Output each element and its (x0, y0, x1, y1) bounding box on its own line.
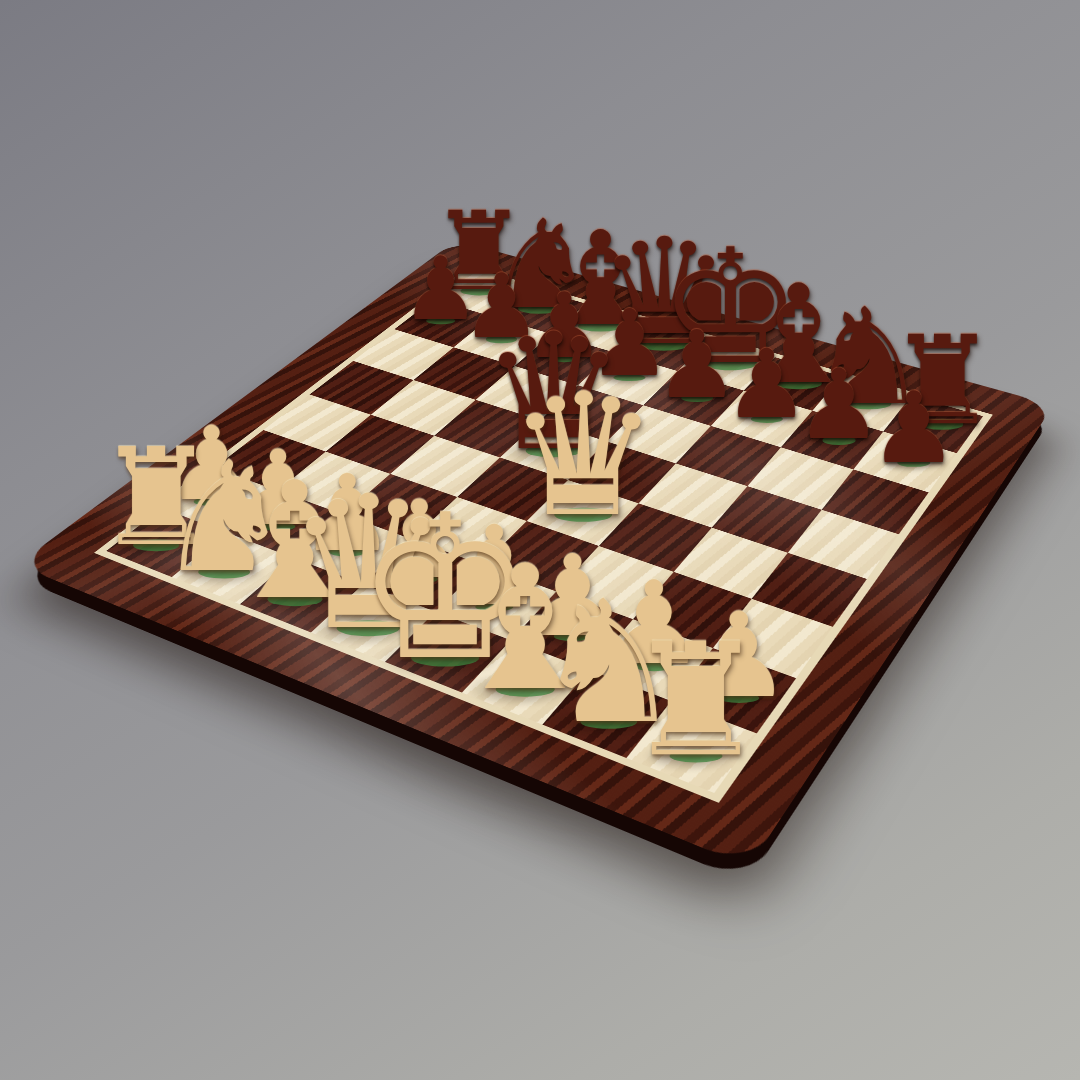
pieces-layer: ♜♞♝♛♚♝♞♜♟♟♟♟♟♟♟♟♛♛♟♟♟♟♟♟♟♟♜♞♝♛♚♝♞♜ (0, 0, 1080, 1080)
pawn-glyph: ♟ (870, 378, 958, 476)
rook-glyph: ♜ (626, 623, 766, 779)
photo-stage: ♜♞♝♛♚♝♞♜♟♟♟♟♟♟♟♟♛♛♟♟♟♟♟♟♟♟♜♞♝♛♚♝♞♜ (0, 0, 1080, 1080)
piece-white-rook-h1: ♜ (626, 623, 766, 779)
piece-dark-pawn-h7: ♟ (870, 378, 958, 476)
